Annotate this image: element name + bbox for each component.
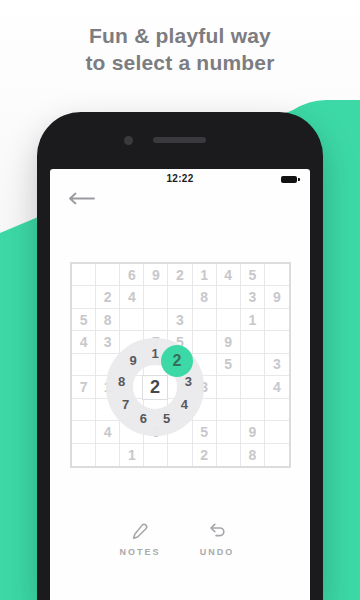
- sudoku-cell-r3c3[interactable]: [120, 309, 144, 331]
- undo-button[interactable]: UNDO: [187, 521, 247, 557]
- phone-screen: 12:22 692145248395831437595371344359128 …: [50, 169, 310, 600]
- sudoku-cell-r7c9[interactable]: [265, 399, 289, 421]
- sudoku-cell-r8c7[interactable]: [217, 421, 241, 443]
- sudoku-cell-r2c6[interactable]: 8: [193, 286, 217, 308]
- sudoku-cell-r9c1[interactable]: [72, 444, 96, 466]
- sudoku-cell-r2c8[interactable]: 3: [241, 286, 265, 308]
- sudoku-cell-r2c2[interactable]: 2: [96, 286, 120, 308]
- number-picker: 2 123456789: [106, 338, 204, 436]
- battery-icon: [281, 176, 297, 183]
- back-arrow-icon[interactable]: [68, 192, 95, 205]
- sudoku-cell-r2c5[interactable]: [168, 286, 192, 308]
- camera-icon: [124, 136, 133, 145]
- speaker-slot: [153, 137, 206, 143]
- sudoku-cell-r4c1[interactable]: 4: [72, 331, 96, 353]
- sudoku-cell-r9c7[interactable]: [217, 444, 241, 466]
- sudoku-cell-r8c1[interactable]: [72, 421, 96, 443]
- headline: Fun & playful way to select a number: [0, 22, 360, 76]
- sudoku-cell-r2c7[interactable]: [217, 286, 241, 308]
- sudoku-cell-r3c5[interactable]: 3: [168, 309, 192, 331]
- sudoku-cell-r3c1[interactable]: 5: [72, 309, 96, 331]
- sudoku-cell-r7c7[interactable]: [217, 399, 241, 421]
- sudoku-cell-r1c4[interactable]: 9: [144, 264, 168, 286]
- selected-cell[interactable]: 2: [142, 375, 168, 400]
- sudoku-cell-r5c1[interactable]: [72, 354, 96, 376]
- sudoku-cell-r5c9[interactable]: 3: [265, 354, 289, 376]
- sudoku-cell-r3c2[interactable]: 8: [96, 309, 120, 331]
- sudoku-cell-r2c9[interactable]: 9: [265, 286, 289, 308]
- notes-button[interactable]: NOTES: [110, 521, 170, 557]
- sudoku-cell-r6c9[interactable]: 4: [265, 376, 289, 398]
- pencil-icon: [130, 521, 150, 541]
- sudoku-cell-r3c6[interactable]: [193, 309, 217, 331]
- status-bar-time: 12:22: [50, 173, 310, 184]
- sudoku-cell-r1c3[interactable]: 6: [120, 264, 144, 286]
- sudoku-cell-r4c7[interactable]: 9: [217, 331, 241, 353]
- sudoku-cell-r2c1[interactable]: [72, 286, 96, 308]
- picker-number-9[interactable]: 9: [117, 345, 149, 377]
- sudoku-cell-r7c1[interactable]: [72, 399, 96, 421]
- sudoku-cell-r2c3[interactable]: 4: [120, 286, 144, 308]
- sudoku-cell-r2c4[interactable]: [144, 286, 168, 308]
- headline-line2: to select a number: [0, 49, 360, 76]
- sudoku-cell-r4c8[interactable]: [241, 331, 265, 353]
- sudoku-cell-r1c7[interactable]: 4: [217, 264, 241, 286]
- sudoku-cell-r1c2[interactable]: [96, 264, 120, 286]
- sudoku-cell-r6c1[interactable]: 7: [72, 376, 96, 398]
- sudoku-cell-r9c3[interactable]: 1: [120, 444, 144, 466]
- notes-label: NOTES: [119, 547, 160, 557]
- sudoku-cell-r5c7[interactable]: 5: [217, 354, 241, 376]
- sudoku-cell-r8c9[interactable]: [265, 421, 289, 443]
- sudoku-cell-r9c4[interactable]: [144, 444, 168, 466]
- sudoku-cell-r3c7[interactable]: [217, 309, 241, 331]
- undo-arrow-icon: [206, 521, 228, 541]
- sudoku-cell-r6c8[interactable]: [241, 376, 265, 398]
- phone-mockup: 12:22 692145248395831437595371344359128 …: [37, 112, 323, 600]
- sudoku-cell-r3c8[interactable]: 1: [241, 309, 265, 331]
- sudoku-cell-r8c8[interactable]: 9: [241, 421, 265, 443]
- sudoku-cell-r3c9[interactable]: [265, 309, 289, 331]
- sudoku-cell-r9c5[interactable]: [168, 444, 192, 466]
- sudoku-cell-r1c9[interactable]: [265, 264, 289, 286]
- promo-screenshot: Fun & playful way to select a number 12:…: [0, 0, 360, 600]
- sudoku-cell-r1c8[interactable]: 5: [241, 264, 265, 286]
- undo-label: UNDO: [200, 547, 235, 557]
- sudoku-cell-r5c8[interactable]: [241, 354, 265, 376]
- sudoku-cell-r9c8[interactable]: 8: [241, 444, 265, 466]
- sudoku-cell-r4c9[interactable]: [265, 331, 289, 353]
- sudoku-cell-r9c9[interactable]: [265, 444, 289, 466]
- sudoku-cell-r9c6[interactable]: 2: [193, 444, 217, 466]
- sudoku-cell-r9c2[interactable]: [96, 444, 120, 466]
- sudoku-cell-r3c4[interactable]: [144, 309, 168, 331]
- sudoku-cell-r7c8[interactable]: [241, 399, 265, 421]
- sudoku-cell-r1c1[interactable]: [72, 264, 96, 286]
- sudoku-cell-r1c6[interactable]: 1: [193, 264, 217, 286]
- sudoku-cell-r1c5[interactable]: 2: [168, 264, 192, 286]
- headline-line1: Fun & playful way: [0, 22, 360, 49]
- sudoku-cell-r6c7[interactable]: [217, 376, 241, 398]
